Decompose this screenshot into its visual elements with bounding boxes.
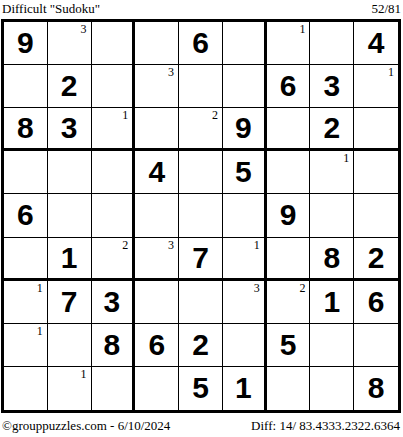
cell-r6c9[interactable]: 2 [354, 238, 398, 281]
cell-r4c1[interactable] [4, 151, 48, 194]
cell-r3c1[interactable]: 8 [4, 108, 48, 151]
cell-r2c1[interactable] [4, 65, 48, 108]
cell-r4c3[interactable] [92, 151, 136, 194]
cell-r8c3[interactable]: 8 [92, 324, 136, 367]
cell-r8c5[interactable]: 2 [179, 324, 223, 367]
cell-r1c4[interactable] [135, 22, 179, 65]
given-digit: 9 [280, 200, 297, 230]
cell-r3c6[interactable]: 9 [223, 108, 267, 151]
given-digit: 2 [61, 71, 78, 101]
cell-r9c6[interactable]: 1 [223, 367, 267, 410]
pencil-mark: 2 [212, 109, 218, 121]
pencil-mark: 3 [168, 66, 174, 78]
cell-r9c4[interactable] [135, 367, 179, 410]
pencil-mark: 3 [254, 282, 260, 294]
given-digit: 2 [368, 243, 385, 273]
given-digit: 8 [104, 330, 121, 360]
cell-r5c7[interactable]: 9 [267, 194, 311, 237]
given-digit: 4 [148, 157, 165, 187]
cell-r7c9[interactable]: 6 [354, 281, 398, 324]
pencil-mark: 1 [388, 66, 394, 78]
cell-r2c5[interactable] [179, 65, 223, 108]
given-digit: 6 [17, 200, 34, 230]
given-digit: 3 [61, 113, 78, 143]
given-digit: 2 [323, 113, 340, 143]
cell-r7c1[interactable]: 1 [4, 281, 48, 324]
cell-r8c1[interactable]: 1 [4, 324, 48, 367]
cell-r4c8[interactable]: 1 [310, 151, 354, 194]
cell-r5c6[interactable] [223, 194, 267, 237]
cell-r2c6[interactable] [223, 65, 267, 108]
cell-r1c3[interactable] [92, 22, 136, 65]
cell-r9c3[interactable] [92, 367, 136, 410]
given-digit: 6 [192, 28, 209, 58]
cell-r9c7[interactable] [267, 367, 311, 410]
cell-r8c8[interactable] [310, 324, 354, 367]
given-digit: 8 [17, 113, 34, 143]
cell-r1c6[interactable] [223, 22, 267, 65]
given-digit: 1 [61, 243, 78, 273]
given-digit: 9 [235, 113, 252, 143]
given-digit: 7 [61, 287, 78, 317]
given-digit: 6 [148, 330, 165, 360]
given-digit: 6 [280, 71, 297, 101]
given-digit: 3 [323, 71, 340, 101]
cell-r6c3[interactable]: 2 [92, 238, 136, 281]
page-title: Difficult "Sudoku" [2, 2, 100, 16]
cell-r9c2[interactable]: 1 [48, 367, 92, 410]
cell-r9c5[interactable]: 5 [179, 367, 223, 410]
cell-r1c5[interactable]: 6 [179, 22, 223, 65]
cell-r1c2[interactable]: 3 [48, 22, 92, 65]
cell-r7c5[interactable] [179, 281, 223, 324]
cell-r2c2[interactable]: 2 [48, 65, 92, 108]
cell-r5c1[interactable]: 6 [4, 194, 48, 237]
cell-r6c7[interactable] [267, 238, 311, 281]
cell-r3c4[interactable] [135, 108, 179, 151]
cell-r9c1[interactable] [4, 367, 48, 410]
copyright-date: ©grouppuzzles.com - 6/10/2024 [2, 419, 170, 433]
given-digit: 3 [104, 287, 121, 317]
given-digit: 1 [323, 287, 340, 317]
pencil-mark: 3 [81, 23, 87, 35]
cell-r8c4[interactable]: 6 [135, 324, 179, 367]
pencil-mark: 1 [299, 23, 305, 35]
sudoku-page: Difficult "Sudoku" 52/81 936142363183129… [0, 0, 403, 437]
cell-r2c7[interactable]: 6 [267, 65, 311, 108]
cell-r4c9[interactable] [354, 151, 398, 194]
cell-r5c4[interactable] [135, 194, 179, 237]
cell-r3c8[interactable]: 2 [310, 108, 354, 151]
given-digit: 8 [323, 243, 340, 273]
cell-r9c9[interactable]: 8 [354, 367, 398, 410]
pencil-mark: 1 [37, 325, 43, 337]
pencil-mark: 1 [122, 109, 128, 121]
pencil-mark: 2 [299, 282, 305, 294]
given-digit: 4 [368, 28, 385, 58]
cell-r3c2[interactable]: 3 [48, 108, 92, 151]
given-digit: 8 [368, 373, 385, 403]
pencil-mark: 1 [81, 368, 87, 380]
cell-r6c2[interactable]: 1 [48, 238, 92, 281]
cell-r2c4[interactable]: 3 [135, 65, 179, 108]
cell-r5c2[interactable] [48, 194, 92, 237]
cell-r6c6[interactable]: 1 [223, 238, 267, 281]
given-digit: 5 [192, 373, 209, 403]
cell-r3c3[interactable]: 1 [92, 108, 136, 151]
cell-r7c4[interactable] [135, 281, 179, 324]
pencil-mark: 3 [168, 239, 174, 251]
given-digit: 5 [235, 157, 252, 187]
cell-r3c5[interactable]: 2 [179, 108, 223, 151]
progress-counter: 52/81 [371, 2, 401, 16]
cell-r6c1[interactable] [4, 238, 48, 281]
difficulty-code: Diff: 14/ 83.4333.2322.6364 [251, 419, 400, 433]
cell-r6c4[interactable]: 3 [135, 238, 179, 281]
cell-r1c1[interactable]: 9 [4, 22, 48, 65]
cell-r1c7[interactable]: 1 [267, 22, 311, 65]
cell-r4c2[interactable] [48, 151, 92, 194]
cell-r8c6[interactable] [223, 324, 267, 367]
cell-r7c6[interactable]: 3 [223, 281, 267, 324]
cell-r7c3[interactable]: 3 [92, 281, 136, 324]
given-digit: 5 [280, 330, 297, 360]
cell-r4c4[interactable]: 4 [135, 151, 179, 194]
cell-r5c3[interactable] [92, 194, 136, 237]
cell-r3c9[interactable] [354, 108, 398, 151]
cell-r1c8[interactable] [310, 22, 354, 65]
given-digit: 6 [368, 287, 385, 317]
pencil-mark: 1 [37, 282, 43, 294]
cell-r8c9[interactable] [354, 324, 398, 367]
cell-r7c8[interactable]: 1 [310, 281, 354, 324]
cell-r5c9[interactable] [354, 194, 398, 237]
sudoku-board: 9361423631831292451691237182173321618625… [1, 19, 401, 413]
given-digit: 7 [192, 243, 209, 273]
cell-r4c7[interactable] [267, 151, 311, 194]
pencil-mark: 2 [122, 239, 128, 251]
cell-r3c7[interactable] [267, 108, 311, 151]
given-digit: 1 [235, 373, 252, 403]
cell-r9c8[interactable] [310, 367, 354, 410]
cell-r5c8[interactable] [310, 194, 354, 237]
pencil-mark: 1 [254, 239, 260, 251]
footer: ©grouppuzzles.com - 6/10/2024 Diff: 14/ … [0, 413, 403, 433]
cell-r6c8[interactable]: 8 [310, 238, 354, 281]
given-digit: 9 [17, 28, 34, 58]
cell-r1c9[interactable]: 4 [354, 22, 398, 65]
header: Difficult "Sudoku" 52/81 [0, 0, 403, 19]
cell-r2c9[interactable]: 1 [354, 65, 398, 108]
cell-r8c7[interactable]: 5 [267, 324, 311, 367]
given-digit: 2 [192, 330, 209, 360]
cell-r5c5[interactable] [179, 194, 223, 237]
cell-r4c5[interactable] [179, 151, 223, 194]
cell-r7c7[interactable]: 2 [267, 281, 311, 324]
cell-r7c2[interactable]: 7 [48, 281, 92, 324]
cell-r4c6[interactable]: 5 [223, 151, 267, 194]
cell-r6c5[interactable]: 7 [179, 238, 223, 281]
pencil-mark: 1 [343, 152, 349, 164]
cell-r8c2[interactable] [48, 324, 92, 367]
cell-r2c8[interactable]: 3 [310, 65, 354, 108]
cell-r2c3[interactable] [92, 65, 136, 108]
